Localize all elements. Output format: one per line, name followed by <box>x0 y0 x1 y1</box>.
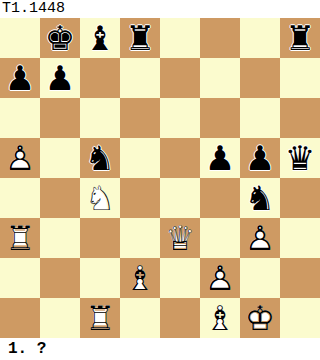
white-king[interactable]: ♚♔ <box>240 298 280 338</box>
chess-board: ♚♝♜♜♟♟♟♙♞♟♟♛♞♘♞♜♖♛♕♟♙♝♗♟♙♜♖♝♗♚♔ <box>0 18 320 338</box>
square-f3[interactable] <box>200 218 240 258</box>
square-f5[interactable]: ♟ <box>200 138 240 178</box>
puzzle-id: T1.1448 <box>0 0 65 17</box>
square-c8[interactable]: ♝ <box>80 18 120 58</box>
square-f2[interactable]: ♟♙ <box>200 258 240 298</box>
square-h2[interactable] <box>280 258 320 298</box>
square-a5[interactable]: ♟♙ <box>0 138 40 178</box>
square-c2[interactable] <box>80 258 120 298</box>
square-a2[interactable] <box>0 258 40 298</box>
white-rook[interactable]: ♜♖ <box>0 218 40 258</box>
white-bishop[interactable]: ♝♗ <box>120 258 160 298</box>
square-b5[interactable] <box>40 138 80 178</box>
square-f6[interactable] <box>200 98 240 138</box>
square-d7[interactable] <box>120 58 160 98</box>
square-e3[interactable]: ♛♕ <box>160 218 200 258</box>
square-e5[interactable] <box>160 138 200 178</box>
black-pawn[interactable]: ♟ <box>0 58 40 98</box>
square-d6[interactable] <box>120 98 160 138</box>
square-e2[interactable] <box>160 258 200 298</box>
black-rook[interactable]: ♜ <box>120 18 160 58</box>
square-e7[interactable] <box>160 58 200 98</box>
square-a4[interactable] <box>0 178 40 218</box>
square-b1[interactable] <box>40 298 80 338</box>
square-d4[interactable] <box>120 178 160 218</box>
white-pawn[interactable]: ♟♙ <box>240 218 280 258</box>
black-knight[interactable]: ♞ <box>80 138 120 178</box>
black-king[interactable]: ♚ <box>40 18 80 58</box>
square-c7[interactable] <box>80 58 120 98</box>
square-b4[interactable] <box>40 178 80 218</box>
square-g3[interactable]: ♟♙ <box>240 218 280 258</box>
square-c6[interactable] <box>80 98 120 138</box>
square-d5[interactable] <box>120 138 160 178</box>
square-d1[interactable] <box>120 298 160 338</box>
square-d2[interactable]: ♝♗ <box>120 258 160 298</box>
square-h4[interactable] <box>280 178 320 218</box>
square-b6[interactable] <box>40 98 80 138</box>
square-f4[interactable] <box>200 178 240 218</box>
black-knight[interactable]: ♞ <box>240 178 280 218</box>
square-d8[interactable]: ♜ <box>120 18 160 58</box>
square-a7[interactable]: ♟ <box>0 58 40 98</box>
square-e6[interactable] <box>160 98 200 138</box>
white-rook[interactable]: ♜♖ <box>80 298 120 338</box>
square-b2[interactable] <box>40 258 80 298</box>
square-e4[interactable] <box>160 178 200 218</box>
square-c4[interactable]: ♞♘ <box>80 178 120 218</box>
square-g7[interactable] <box>240 58 280 98</box>
square-f8[interactable] <box>200 18 240 58</box>
black-pawn[interactable]: ♟ <box>200 138 240 178</box>
square-a3[interactable]: ♜♖ <box>0 218 40 258</box>
white-queen[interactable]: ♛♕ <box>160 218 200 258</box>
square-c5[interactable]: ♞ <box>80 138 120 178</box>
square-a1[interactable] <box>0 298 40 338</box>
square-g4[interactable]: ♞ <box>240 178 280 218</box>
white-bishop[interactable]: ♝♗ <box>200 298 240 338</box>
square-d3[interactable] <box>120 218 160 258</box>
square-c3[interactable] <box>80 218 120 258</box>
square-h3[interactable] <box>280 218 320 258</box>
square-e8[interactable] <box>160 18 200 58</box>
white-knight[interactable]: ♞♘ <box>80 178 120 218</box>
square-g6[interactable] <box>240 98 280 138</box>
square-e1[interactable] <box>160 298 200 338</box>
black-queen[interactable]: ♛ <box>280 138 320 178</box>
square-c1[interactable]: ♜♖ <box>80 298 120 338</box>
square-b7[interactable]: ♟ <box>40 58 80 98</box>
square-g2[interactable] <box>240 258 280 298</box>
square-b8[interactable]: ♚ <box>40 18 80 58</box>
status-bar: 1. ? <box>0 338 320 360</box>
move-prompt: 1. ? <box>0 340 46 358</box>
square-h8[interactable]: ♜ <box>280 18 320 58</box>
square-f1[interactable]: ♝♗ <box>200 298 240 338</box>
white-pawn[interactable]: ♟♙ <box>0 138 40 178</box>
square-g8[interactable] <box>240 18 280 58</box>
square-a6[interactable] <box>0 98 40 138</box>
square-h5[interactable]: ♛ <box>280 138 320 178</box>
title-bar: T1.1448 <box>0 0 320 18</box>
square-a8[interactable] <box>0 18 40 58</box>
black-rook[interactable]: ♜ <box>280 18 320 58</box>
black-pawn[interactable]: ♟ <box>240 138 280 178</box>
square-g5[interactable]: ♟ <box>240 138 280 178</box>
square-f7[interactable] <box>200 58 240 98</box>
black-bishop[interactable]: ♝ <box>80 18 120 58</box>
square-h7[interactable] <box>280 58 320 98</box>
square-h1[interactable] <box>280 298 320 338</box>
square-g1[interactable]: ♚♔ <box>240 298 280 338</box>
square-b3[interactable] <box>40 218 80 258</box>
square-h6[interactable] <box>280 98 320 138</box>
black-pawn[interactable]: ♟ <box>40 58 80 98</box>
white-pawn[interactable]: ♟♙ <box>200 258 240 298</box>
